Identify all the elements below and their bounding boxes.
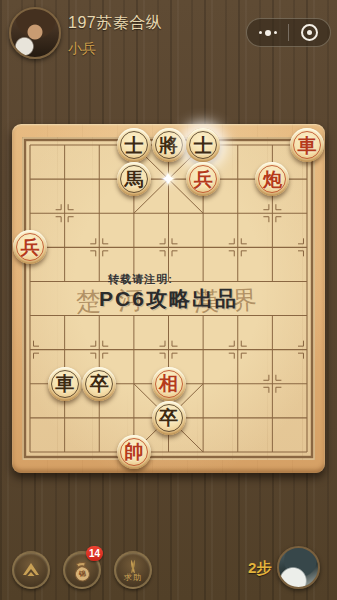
level-rank-label: 小兵 [68,40,162,58]
help-button-label: 求助 [124,572,142,583]
piece-character: 卒 [159,408,178,427]
piece-red-相[interactable]: 相 [152,367,186,401]
player-avatar[interactable] [9,7,61,59]
help-button[interactable]: 求助 [114,551,152,589]
miniprogram-capsule [246,18,331,47]
piece-black-馬[interactable]: 馬 [117,162,151,196]
piece-character: 相 [159,374,178,393]
chevron-up-icon [20,559,42,581]
piece-black-卒[interactable]: 卒 [152,401,186,435]
watermark-line2: PC6攻略出品 [12,287,325,310]
toolbar-toggle-button[interactable] [12,551,50,589]
board-panel[interactable]: 楚河 漢界 转载请注明: PC6攻略出品 士將士車馬兵炮兵車卒相卒帥✦ [12,124,325,473]
piece-character: 帥 [124,442,143,461]
level-titles: 197苏秦合纵 小兵 [68,13,162,58]
piece-black-士[interactable]: 士 [117,128,151,162]
watermark: 转载请注明: PC6攻略出品 [12,273,325,310]
piece-character: 將 [159,136,178,155]
piece-character: 士 [194,136,213,155]
money-bag-icon: 锦 [69,557,95,583]
piece-character: 炮 [263,170,282,189]
piece-character: 車 [55,374,74,393]
piece-character: 兵 [21,238,40,257]
piece-character: 兵 [194,170,213,189]
piece-red-兵[interactable]: 兵 [186,162,220,196]
game-screen: 197苏秦合纵 小兵 楚河 漢界 转载请注明: PC6攻略出品 士將士車馬兵炮兵… [0,0,337,600]
level-title: 197苏秦合纵 [68,13,162,34]
hints-count-badge: 14 [86,546,103,561]
piece-character: 士 [124,136,143,155]
circle-dot-icon [301,24,318,41]
piece-black-將[interactable]: 將 [152,128,186,162]
piece-black-卒[interactable]: 卒 [82,367,116,401]
piece-red-帥[interactable]: 帥 [117,435,151,469]
steps-counter: 2步 [248,559,271,578]
piece-character: 車 [298,136,317,155]
piece-black-車[interactable]: 車 [48,367,82,401]
piece-black-士[interactable]: 士 [186,128,220,162]
close-button[interactable] [289,19,330,46]
watermark-line1: 转载请注明: [0,273,297,285]
more-dots-icon [259,30,277,36]
piece-red-車[interactable]: 車 [290,128,324,162]
opponent-avatar[interactable] [277,546,320,589]
piece-character: 卒 [90,374,109,393]
svg-text:锦: 锦 [77,570,86,579]
piece-character: 馬 [124,170,143,189]
more-button[interactable] [247,19,288,46]
